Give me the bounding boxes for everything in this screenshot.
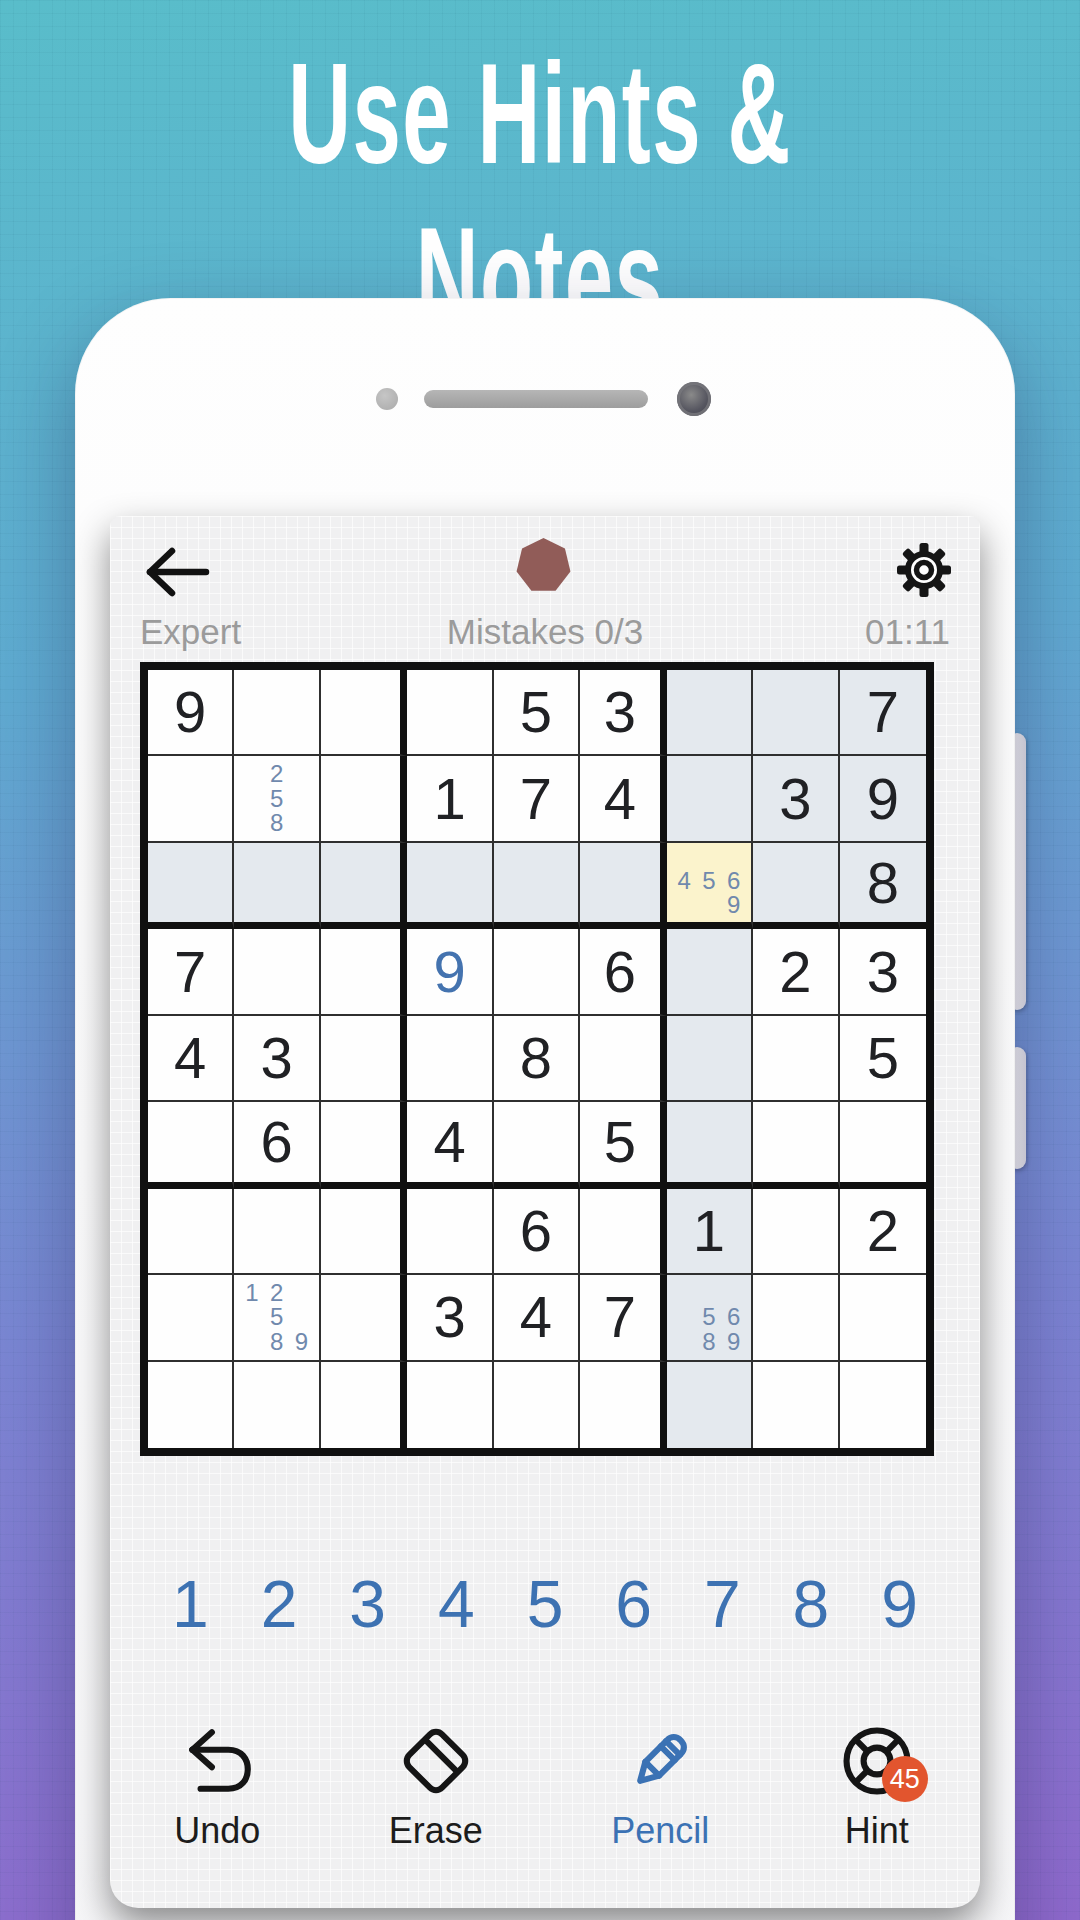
cell-r9c7[interactable]	[667, 1362, 753, 1448]
app-screen: Expert Mistakes 0/3 01:11 95372581743945…	[110, 516, 980, 1908]
cell-r1c9[interactable]: 7	[840, 670, 926, 756]
cell-r7c3[interactable]	[321, 1189, 407, 1275]
cell-r9c8[interactable]	[753, 1362, 839, 1448]
app-logo-heptagon-icon	[516, 538, 571, 593]
cell-r8c9[interactable]	[840, 1275, 926, 1361]
settings-button[interactable]	[894, 540, 954, 600]
cell-r1c4[interactable]	[407, 670, 493, 756]
cell-value: 8	[520, 1029, 552, 1087]
cell-r3c6[interactable]	[580, 843, 666, 929]
numpad-digit-8[interactable]: 8	[793, 1571, 830, 1637]
cell-value: 3	[433, 1288, 465, 1346]
cell-r1c1[interactable]: 9	[148, 670, 234, 756]
settings-gear-icon	[897, 543, 951, 597]
cell-r7c4[interactable]	[407, 1189, 493, 1275]
cell-r3c7[interactable]: 4569	[667, 843, 753, 929]
cell-r3c4[interactable]	[407, 843, 493, 929]
cell-value: 6	[261, 1113, 293, 1171]
cell-r1c8[interactable]	[753, 670, 839, 756]
cell-r1c2[interactable]	[234, 670, 320, 756]
cell-r6c4[interactable]: 4	[407, 1102, 493, 1188]
cell-r2c4[interactable]: 1	[407, 756, 493, 842]
cell-value: 6	[520, 1202, 552, 1260]
cell-value: 7	[867, 683, 899, 741]
cell-r4c5[interactable]	[494, 929, 580, 1015]
hint-count-badge: 45	[882, 1756, 928, 1802]
numpad-digit-3[interactable]: 3	[349, 1571, 386, 1637]
cell-r3c5[interactable]	[494, 843, 580, 929]
cell-r9c5[interactable]	[494, 1362, 580, 1448]
toolbar: Undo Erase	[110, 1722, 980, 1852]
cell-r5c1[interactable]: 4	[148, 1016, 234, 1102]
cell-r3c3[interactable]	[321, 843, 407, 929]
cell-value: 4	[433, 1113, 465, 1171]
cell-r2c9[interactable]: 9	[840, 756, 926, 842]
cell-r4c6[interactable]: 6	[580, 929, 666, 1015]
cell-r6c8[interactable]	[753, 1102, 839, 1188]
cell-r8c1[interactable]	[148, 1275, 234, 1361]
cell-r6c2[interactable]: 6	[234, 1102, 320, 1188]
cell-value: 3	[604, 683, 636, 741]
cell-r8c5[interactable]: 4	[494, 1275, 580, 1361]
cell-value: 1	[433, 770, 465, 828]
cell-r2c1[interactable]	[148, 756, 234, 842]
cell-value: 9	[867, 770, 899, 828]
cell-r7c5[interactable]: 6	[494, 1189, 580, 1275]
phone-mockup: Expert Mistakes 0/3 01:11 95372581743945…	[75, 298, 1015, 1920]
cell-r6c7[interactable]	[667, 1102, 753, 1188]
undo-label: Undo	[174, 1810, 260, 1852]
erase-button[interactable]: Erase	[389, 1722, 483, 1852]
cell-r9c2[interactable]	[234, 1362, 320, 1448]
cell-value: 7	[520, 770, 552, 828]
cell-r5c7[interactable]	[667, 1016, 753, 1102]
cell-value: 4	[604, 770, 636, 828]
cell-r9c1[interactable]	[148, 1362, 234, 1448]
cell-r6c5[interactable]	[494, 1102, 580, 1188]
cell-r9c4[interactable]	[407, 1362, 493, 1448]
back-button[interactable]	[138, 542, 218, 602]
cell-r6c3[interactable]	[321, 1102, 407, 1188]
cell-r7c9[interactable]: 2	[840, 1189, 926, 1275]
undo-button[interactable]: Undo	[174, 1722, 260, 1852]
numpad-digit-6[interactable]: 6	[615, 1571, 652, 1637]
cell-notes: 5689	[672, 1280, 746, 1354]
cell-r3c2[interactable]	[234, 843, 320, 929]
cell-value: 8	[867, 854, 899, 912]
cell-r5c6[interactable]	[580, 1016, 666, 1102]
cell-value: 3	[867, 943, 899, 1001]
cell-r8c3[interactable]	[321, 1275, 407, 1361]
pencil-icon	[634, 1733, 688, 1787]
cell-r5c8[interactable]	[753, 1016, 839, 1102]
cell-r7c2[interactable]	[234, 1189, 320, 1275]
cell-r7c8[interactable]	[753, 1189, 839, 1275]
cell-value: 9	[433, 943, 465, 1001]
sensor-dot	[376, 388, 398, 410]
cell-r2c5[interactable]: 7	[494, 756, 580, 842]
cell-value: 4	[174, 1029, 206, 1087]
hint-button[interactable]: 45 Hint	[838, 1722, 916, 1852]
cell-r6c1[interactable]	[148, 1102, 234, 1188]
cell-r4c3[interactable]	[321, 929, 407, 1015]
cell-r9c6[interactable]	[580, 1362, 666, 1448]
numpad-digit-5[interactable]: 5	[527, 1571, 564, 1637]
cell-r4c9[interactable]: 3	[840, 929, 926, 1015]
cell-r8c2[interactable]: 12589	[234, 1275, 320, 1361]
cell-value: 7	[174, 943, 206, 1001]
numpad-digit-9[interactable]: 9	[881, 1571, 918, 1637]
cell-value: 7	[604, 1288, 636, 1346]
sudoku-grid: 9537258174394569879623438564561212589347…	[140, 662, 934, 1456]
cell-r5c3[interactable]	[321, 1016, 407, 1102]
cell-r1c6[interactable]: 3	[580, 670, 666, 756]
cell-r9c3[interactable]	[321, 1362, 407, 1448]
cell-r2c3[interactable]	[321, 756, 407, 842]
cell-r4c4[interactable]: 9	[407, 929, 493, 1015]
cell-r8c8[interactable]	[753, 1275, 839, 1361]
cell-r5c5[interactable]: 8	[494, 1016, 580, 1102]
cell-value: 3	[779, 770, 811, 828]
eraser-icon	[403, 1728, 468, 1793]
cell-r6c6[interactable]: 5	[580, 1102, 666, 1188]
cell-r8c6[interactable]: 7	[580, 1275, 666, 1361]
cell-value: 4	[520, 1288, 552, 1346]
numpad-digit-7[interactable]: 7	[704, 1571, 741, 1637]
cell-value: 9	[174, 683, 206, 741]
cell-r8c4[interactable]: 3	[407, 1275, 493, 1361]
status-row: Expert Mistakes 0/3 01:11	[140, 610, 950, 654]
mistakes-counter: Mistakes 0/3	[140, 612, 950, 652]
cell-notes: 258	[239, 761, 313, 835]
numpad-digit-1[interactable]: 1	[172, 1571, 209, 1637]
cell-r4c2[interactable]	[234, 929, 320, 1015]
cell-r2c8[interactable]: 3	[753, 756, 839, 842]
cell-r3c9[interactable]: 8	[840, 843, 926, 929]
numpad-digit-4[interactable]: 4	[438, 1571, 475, 1637]
number-pad: 123456789	[140, 1556, 950, 1652]
cell-value: 2	[867, 1202, 899, 1260]
cell-r3c8[interactable]	[753, 843, 839, 929]
cell-r5c9[interactable]: 5	[840, 1016, 926, 1102]
cell-value: 1	[693, 1202, 725, 1260]
cell-value: 6	[604, 943, 636, 1001]
cell-r1c3[interactable]	[321, 670, 407, 756]
cell-r2c2[interactable]: 258	[234, 756, 320, 842]
speaker-bar	[424, 390, 648, 408]
cell-r1c5[interactable]: 5	[494, 670, 580, 756]
cell-r5c2[interactable]: 3	[234, 1016, 320, 1102]
cell-r4c7[interactable]	[667, 929, 753, 1015]
hint-label: Hint	[845, 1810, 909, 1852]
cell-value: 5	[867, 1029, 899, 1087]
cell-value: 5	[520, 683, 552, 741]
erase-label: Erase	[389, 1810, 483, 1852]
undo-arrow-icon	[193, 1732, 248, 1788]
cell-value: 2	[779, 943, 811, 1001]
cell-r7c1[interactable]	[148, 1189, 234, 1275]
cell-value: 5	[604, 1113, 636, 1171]
camera-lens	[677, 382, 711, 416]
cell-r4c1[interactable]: 7	[148, 929, 234, 1015]
cell-r2c7[interactable]	[667, 756, 753, 842]
cell-r3c1[interactable]	[148, 843, 234, 929]
cell-r2c6[interactable]: 4	[580, 756, 666, 842]
cell-notes: 4569	[672, 848, 746, 917]
cell-r7c6[interactable]	[580, 1189, 666, 1275]
numpad-digit-2[interactable]: 2	[261, 1571, 298, 1637]
cell-r8c7[interactable]: 5689	[667, 1275, 753, 1361]
cell-r6c9[interactable]	[840, 1102, 926, 1188]
cell-r5c4[interactable]	[407, 1016, 493, 1102]
cell-notes: 12589	[239, 1280, 313, 1354]
cell-r7c7[interactable]: 1	[667, 1189, 753, 1275]
pencil-button[interactable]: Pencil	[611, 1722, 709, 1852]
pencil-label: Pencil	[611, 1810, 709, 1852]
cell-r1c7[interactable]	[667, 670, 753, 756]
back-arrow-icon	[150, 551, 206, 593]
cell-value: 3	[261, 1029, 293, 1087]
cell-r9c9[interactable]	[840, 1362, 926, 1448]
cell-r4c8[interactable]: 2	[753, 929, 839, 1015]
